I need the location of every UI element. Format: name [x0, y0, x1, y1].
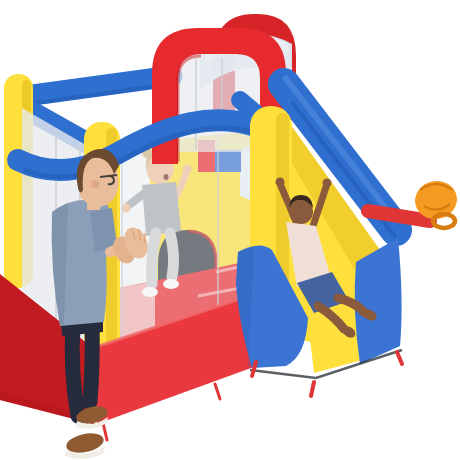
stake-5: [215, 384, 220, 399]
bounce-house-illustration: [0, 0, 460, 460]
stake-3: [397, 352, 402, 364]
stake-2: [311, 382, 314, 396]
boy-hand-right: [323, 179, 332, 188]
boy-hand-left: [276, 178, 285, 187]
man-ear: [91, 180, 99, 188]
product-photo: Product photo: inflatable bounce house w…: [0, 0, 460, 460]
